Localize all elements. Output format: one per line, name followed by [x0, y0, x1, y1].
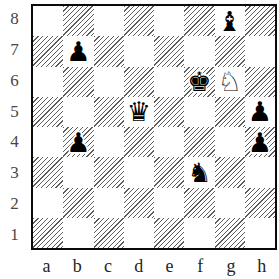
piece-black-pawn[interactable]: ♟ [66, 38, 90, 65]
file-label-g: g [216, 250, 247, 279]
square-d6[interactable] [124, 67, 154, 97]
square-g4[interactable] [215, 127, 245, 157]
piece-black-queen[interactable]: ♛ [127, 98, 151, 125]
square-d4[interactable] [124, 127, 154, 157]
file-label-a: a [31, 250, 62, 279]
piece-black-pawn[interactable]: ♟ [248, 98, 272, 125]
square-g7[interactable] [215, 36, 245, 66]
rank-label-1: 1 [0, 219, 29, 250]
piece-black-king[interactable]: ♚ [187, 68, 211, 95]
rank-label-8: 8 [0, 4, 29, 35]
rank-label-6: 6 [0, 66, 29, 97]
square-g2[interactable] [215, 188, 245, 218]
square-e8[interactable] [154, 6, 184, 36]
square-b6[interactable] [63, 67, 93, 97]
file-label-b: b [62, 250, 93, 279]
square-d3[interactable] [124, 157, 154, 187]
chess-board: ♝♟♚♘♛♟♟♟♞ [31, 4, 277, 250]
square-b4[interactable]: ♟ [63, 127, 93, 157]
rank-label-2: 2 [0, 189, 29, 220]
square-a7[interactable] [33, 36, 63, 66]
square-g5[interactable] [215, 97, 245, 127]
square-e2[interactable] [154, 188, 184, 218]
square-e3[interactable] [154, 157, 184, 187]
square-f3[interactable]: ♞ [184, 157, 214, 187]
chess-diagram: 87654321 ♝♟♚♘♛♟♟♟♞ abcdefgh [0, 0, 279, 279]
square-c5[interactable] [94, 97, 124, 127]
rank-label-5: 5 [0, 96, 29, 127]
square-a1[interactable] [33, 218, 63, 248]
square-e1[interactable] [154, 218, 184, 248]
piece-black-pawn[interactable]: ♟ [248, 129, 272, 156]
square-b2[interactable] [63, 188, 93, 218]
square-b8[interactable] [63, 6, 93, 36]
square-f7[interactable] [184, 36, 214, 66]
square-f5[interactable] [184, 97, 214, 127]
piece-black-knight[interactable]: ♞ [187, 159, 211, 186]
square-h2[interactable] [245, 188, 275, 218]
square-h1[interactable] [245, 218, 275, 248]
square-a6[interactable] [33, 67, 63, 97]
rank-labels: 87654321 [0, 4, 29, 250]
square-h8[interactable] [245, 6, 275, 36]
square-d7[interactable] [124, 36, 154, 66]
square-f6[interactable]: ♚ [184, 67, 214, 97]
square-b7[interactable]: ♟ [63, 36, 93, 66]
square-g1[interactable] [215, 218, 245, 248]
square-g8[interactable]: ♝ [215, 6, 245, 36]
square-e5[interactable] [154, 97, 184, 127]
square-c1[interactable] [94, 218, 124, 248]
file-label-e: e [154, 250, 185, 279]
square-a3[interactable] [33, 157, 63, 187]
square-h7[interactable] [245, 36, 275, 66]
square-b5[interactable] [63, 97, 93, 127]
square-h6[interactable] [245, 67, 275, 97]
piece-white-knight[interactable]: ♘ [218, 68, 242, 95]
square-f1[interactable] [184, 218, 214, 248]
square-c4[interactable] [94, 127, 124, 157]
square-d8[interactable] [124, 6, 154, 36]
rank-label-4: 4 [0, 127, 29, 158]
square-c8[interactable] [94, 6, 124, 36]
square-a4[interactable] [33, 127, 63, 157]
file-labels: abcdefgh [31, 250, 277, 279]
square-a8[interactable] [33, 6, 63, 36]
square-c6[interactable] [94, 67, 124, 97]
square-a5[interactable] [33, 97, 63, 127]
square-h5[interactable]: ♟ [245, 97, 275, 127]
square-e7[interactable] [154, 36, 184, 66]
rank-label-3: 3 [0, 158, 29, 189]
square-b1[interactable] [63, 218, 93, 248]
square-h3[interactable] [245, 157, 275, 187]
file-label-d: d [123, 250, 154, 279]
square-h4[interactable]: ♟ [245, 127, 275, 157]
square-g3[interactable] [215, 157, 245, 187]
square-d1[interactable] [124, 218, 154, 248]
square-g6[interactable]: ♘ [215, 67, 245, 97]
piece-black-bishop[interactable]: ♝ [218, 8, 242, 35]
square-d2[interactable] [124, 188, 154, 218]
square-f8[interactable] [184, 6, 214, 36]
file-label-c: c [93, 250, 124, 279]
file-label-f: f [185, 250, 216, 279]
square-b3[interactable] [63, 157, 93, 187]
piece-black-pawn[interactable]: ♟ [66, 129, 90, 156]
square-f2[interactable] [184, 188, 214, 218]
square-c3[interactable] [94, 157, 124, 187]
square-e4[interactable] [154, 127, 184, 157]
square-c7[interactable] [94, 36, 124, 66]
rank-label-7: 7 [0, 35, 29, 66]
square-a2[interactable] [33, 188, 63, 218]
square-d5[interactable]: ♛ [124, 97, 154, 127]
square-c2[interactable] [94, 188, 124, 218]
file-label-h: h [246, 250, 277, 279]
square-f4[interactable] [184, 127, 214, 157]
square-e6[interactable] [154, 67, 184, 97]
